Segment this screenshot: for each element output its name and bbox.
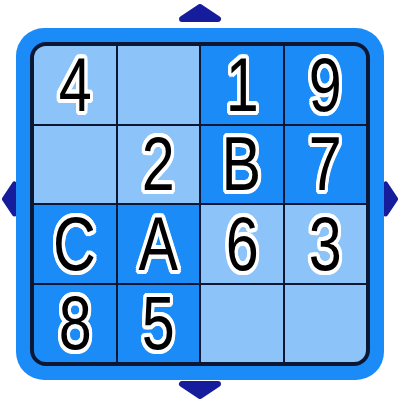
cell-r1c3[interactable]: 1 — [201, 46, 283, 124]
shift-left-button[interactable] — [2, 179, 17, 219]
cell-r1c4[interactable]: 9 — [285, 46, 367, 124]
cell-r3c2[interactable]: A — [118, 205, 200, 283]
cell-glyph: C — [53, 206, 96, 282]
shift-down-button[interactable] — [177, 381, 223, 399]
arrow-down-icon — [177, 381, 223, 399]
cell-glyph: 9 — [309, 47, 342, 123]
cell-r2c4[interactable]: 7 — [285, 126, 367, 204]
cell-r4c1[interactable]: 8 — [34, 285, 116, 363]
cell-r4c2[interactable]: 5 — [118, 285, 200, 363]
cell-r1c2[interactable] — [118, 46, 200, 124]
cell-glyph: 4 — [58, 47, 91, 123]
cell-glyph: 2 — [142, 126, 175, 202]
cell-glyph: 3 — [309, 206, 342, 282]
cell-glyph: A — [138, 206, 178, 282]
cell-r4c4[interactable] — [285, 285, 367, 363]
cell-r3c3[interactable]: 6 — [201, 205, 283, 283]
arrow-up-icon — [177, 4, 223, 22]
shift-right-button[interactable] — [383, 179, 398, 219]
board-grid: 4192B7CA6385 — [34, 46, 366, 362]
puzzle-screen: 4192B7CA6385 — [0, 0, 400, 400]
cell-glyph: 8 — [58, 285, 91, 361]
arrow-left-icon — [2, 179, 17, 219]
cell-r3c1[interactable]: C — [34, 205, 116, 283]
cell-glyph: 5 — [142, 285, 175, 361]
cell-r2c2[interactable]: 2 — [118, 126, 200, 204]
cell-r1c1[interactable]: 4 — [34, 46, 116, 124]
board: 4192B7CA6385 — [30, 42, 370, 366]
cell-glyph: 7 — [309, 126, 342, 202]
cell-r3c4[interactable]: 3 — [285, 205, 367, 283]
cell-r4c3[interactable] — [201, 285, 283, 363]
shift-up-button[interactable] — [177, 4, 223, 22]
cell-glyph: B — [222, 126, 262, 202]
cell-glyph: 1 — [225, 47, 258, 123]
cell-glyph: 6 — [225, 206, 258, 282]
cell-r2c3[interactable]: B — [201, 126, 283, 204]
board-frame: 4192B7CA6385 — [16, 28, 384, 380]
arrow-right-icon — [383, 179, 398, 219]
cell-r2c1[interactable] — [34, 126, 116, 204]
